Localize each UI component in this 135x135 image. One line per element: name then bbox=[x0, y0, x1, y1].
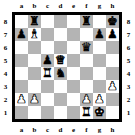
square-e6[interactable] bbox=[67, 41, 80, 54]
square-h6[interactable] bbox=[106, 41, 119, 54]
rank-label-4-right: 4 bbox=[123, 67, 134, 80]
square-g2[interactable]: ♟ bbox=[93, 93, 106, 106]
file-label-d-top: d bbox=[54, 0, 67, 11]
rank-label-5-right: 5 bbox=[123, 54, 134, 67]
square-c5[interactable]: ♟ bbox=[41, 54, 54, 67]
square-d7[interactable] bbox=[54, 28, 67, 41]
black-pawn: ♟ bbox=[94, 28, 105, 41]
square-g5[interactable] bbox=[93, 54, 106, 67]
square-b2[interactable]: ♟ bbox=[28, 93, 41, 106]
square-a8[interactable] bbox=[15, 15, 28, 28]
square-d2[interactable] bbox=[54, 93, 67, 106]
square-b8[interactable]: ♜ bbox=[28, 15, 41, 28]
rank-label-5-left: 5 bbox=[0, 54, 11, 67]
file-labels-bottom: abcdefgh bbox=[15, 124, 119, 135]
square-a5[interactable] bbox=[15, 54, 28, 67]
black-rook: ♜ bbox=[81, 15, 92, 28]
rank-label-6-right: 6 bbox=[123, 41, 134, 54]
square-b1[interactable] bbox=[28, 106, 41, 119]
rank-label-3-left: 3 bbox=[0, 80, 11, 93]
square-d1[interactable] bbox=[54, 106, 67, 119]
rank-label-6-left: 6 bbox=[0, 41, 11, 54]
square-c8[interactable] bbox=[41, 15, 54, 28]
file-label-b-bottom: b bbox=[28, 124, 41, 135]
file-labels-top: abcdefgh bbox=[15, 0, 119, 11]
square-g6[interactable] bbox=[93, 41, 106, 54]
white-pawn: ♟ bbox=[81, 93, 92, 106]
chess-diagram: abcdefgh abcdefgh 87654321 87654321 ♜♜♚♟… bbox=[0, 0, 135, 135]
rank-label-4-left: 4 bbox=[0, 67, 11, 80]
file-label-f-bottom: f bbox=[80, 124, 93, 135]
white-rook: ♜ bbox=[42, 67, 53, 80]
black-queen: ♛ bbox=[81, 41, 92, 54]
file-label-e-top: e bbox=[67, 0, 80, 11]
square-g7[interactable]: ♟ bbox=[93, 28, 106, 41]
file-label-g-bottom: g bbox=[93, 124, 106, 135]
file-label-g-top: g bbox=[93, 0, 106, 11]
rank-labels-right: 87654321 bbox=[123, 15, 134, 119]
file-label-a-bottom: a bbox=[15, 124, 28, 135]
rank-label-3-right: 3 bbox=[123, 80, 134, 93]
square-b4[interactable] bbox=[28, 67, 41, 80]
rank-label-2-right: 2 bbox=[123, 93, 134, 106]
square-a1[interactable] bbox=[15, 106, 28, 119]
white-bishop: ♝ bbox=[29, 28, 40, 41]
square-f3[interactable] bbox=[80, 80, 93, 93]
square-f5[interactable] bbox=[80, 54, 93, 67]
white-pawn: ♟ bbox=[107, 80, 118, 93]
square-f6[interactable]: ♛ bbox=[80, 41, 93, 54]
black-knight: ♞ bbox=[55, 67, 66, 80]
square-c4[interactable]: ♜ bbox=[41, 67, 54, 80]
square-h1[interactable] bbox=[106, 106, 119, 119]
square-g8[interactable] bbox=[93, 15, 106, 28]
square-d6[interactable] bbox=[54, 41, 67, 54]
square-f1[interactable]: ♜ bbox=[80, 106, 93, 119]
white-pawn: ♟ bbox=[16, 93, 27, 106]
square-a2[interactable]: ♟ bbox=[15, 93, 28, 106]
square-g1[interactable]: ♚ bbox=[93, 106, 106, 119]
rank-labels-left: 87654321 bbox=[0, 15, 11, 119]
file-label-e-bottom: e bbox=[67, 124, 80, 135]
black-rook: ♜ bbox=[29, 15, 40, 28]
file-label-h-bottom: h bbox=[106, 124, 119, 135]
file-label-c-bottom: c bbox=[41, 124, 54, 135]
square-h4[interactable] bbox=[106, 67, 119, 80]
black-king: ♚ bbox=[107, 15, 118, 28]
square-e7[interactable] bbox=[67, 28, 80, 41]
square-c6[interactable] bbox=[41, 41, 54, 54]
white-pawn: ♟ bbox=[94, 93, 105, 106]
rank-label-7-right: 7 bbox=[123, 28, 134, 41]
square-b5[interactable] bbox=[28, 54, 41, 67]
square-c1[interactable] bbox=[41, 106, 54, 119]
square-d8[interactable] bbox=[54, 15, 67, 28]
square-h8[interactable]: ♚ bbox=[106, 15, 119, 28]
rank-label-7-left: 7 bbox=[0, 28, 11, 41]
square-d4[interactable]: ♞ bbox=[54, 67, 67, 80]
square-e8[interactable] bbox=[67, 15, 80, 28]
square-e1[interactable] bbox=[67, 106, 80, 119]
file-label-d-bottom: d bbox=[54, 124, 67, 135]
square-b3[interactable] bbox=[28, 80, 41, 93]
white-rook: ♜ bbox=[81, 106, 92, 119]
white-king: ♚ bbox=[94, 106, 105, 119]
square-b7[interactable]: ♝ bbox=[28, 28, 41, 41]
file-label-b-top: b bbox=[28, 0, 41, 11]
square-g3[interactable] bbox=[93, 80, 106, 93]
square-d5[interactable]: ♛ bbox=[54, 54, 67, 67]
square-h5[interactable] bbox=[106, 54, 119, 67]
rank-label-1-left: 1 bbox=[0, 106, 11, 119]
square-h7[interactable]: ♟ bbox=[106, 28, 119, 41]
square-e5[interactable] bbox=[67, 54, 80, 67]
square-h2[interactable] bbox=[106, 93, 119, 106]
square-f4[interactable] bbox=[80, 67, 93, 80]
square-c3[interactable] bbox=[41, 80, 54, 93]
rank-label-1-right: 1 bbox=[123, 106, 134, 119]
file-label-h-top: h bbox=[106, 0, 119, 11]
rank-label-8-right: 8 bbox=[123, 15, 134, 28]
square-c7[interactable] bbox=[41, 28, 54, 41]
black-pawn: ♟ bbox=[107, 28, 118, 41]
square-h3[interactable]: ♟ bbox=[106, 80, 119, 93]
chess-board: ♜♜♚♟♝♟♟♛♟♛♜♞♟♟♟♟♟♜♚ bbox=[12, 12, 122, 122]
white-queen: ♛ bbox=[55, 54, 66, 67]
square-f2[interactable]: ♟ bbox=[80, 93, 93, 106]
square-d3[interactable] bbox=[54, 80, 67, 93]
square-a6[interactable] bbox=[15, 41, 28, 54]
square-f8[interactable]: ♜ bbox=[80, 15, 93, 28]
square-a7[interactable]: ♟ bbox=[15, 28, 28, 41]
rank-label-2-left: 2 bbox=[0, 93, 11, 106]
square-a3[interactable] bbox=[15, 80, 28, 93]
square-e2[interactable] bbox=[67, 93, 80, 106]
rank-label-8-left: 8 bbox=[0, 15, 11, 28]
file-label-a-top: a bbox=[15, 0, 28, 11]
square-a4[interactable] bbox=[15, 67, 28, 80]
square-e3[interactable] bbox=[67, 80, 80, 93]
file-label-c-top: c bbox=[41, 0, 54, 11]
black-pawn: ♟ bbox=[16, 28, 27, 41]
black-pawn: ♟ bbox=[42, 54, 53, 67]
square-b6[interactable] bbox=[28, 41, 41, 54]
file-label-f-top: f bbox=[80, 0, 93, 11]
square-e4[interactable] bbox=[67, 67, 80, 80]
white-pawn: ♟ bbox=[29, 93, 40, 106]
square-g4[interactable] bbox=[93, 67, 106, 80]
square-f7[interactable] bbox=[80, 28, 93, 41]
square-c2[interactable] bbox=[41, 93, 54, 106]
